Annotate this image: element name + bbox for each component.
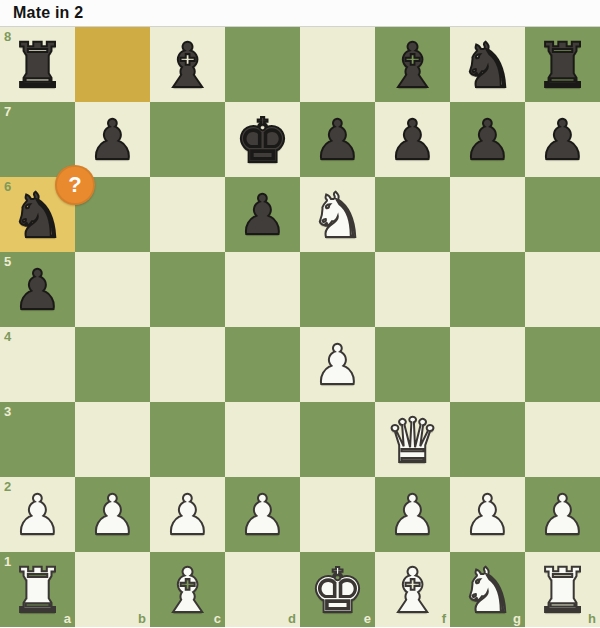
- rank-label-3: 3: [4, 405, 11, 418]
- piece-white-bishop[interactable]: ♝: [385, 560, 441, 622]
- square-d2[interactable]: ♟: [225, 477, 300, 552]
- square-c6[interactable]: [150, 177, 225, 252]
- piece-black-pawn[interactable]: ♟: [313, 113, 362, 168]
- square-d6[interactable]: ♟: [225, 177, 300, 252]
- piece-white-pawn[interactable]: ♟: [13, 488, 62, 543]
- piece-black-pawn[interactable]: ♟: [538, 113, 587, 168]
- square-c5[interactable]: [150, 252, 225, 327]
- square-a2[interactable]: 2♟: [0, 477, 75, 552]
- square-b1[interactable]: b: [75, 552, 150, 627]
- rank-label-2: 2: [4, 480, 11, 493]
- square-f8[interactable]: ♝: [375, 27, 450, 102]
- square-g4[interactable]: [450, 327, 525, 402]
- piece-black-bishop[interactable]: ♝: [385, 35, 441, 97]
- square-e8[interactable]: [300, 27, 375, 102]
- square-h5[interactable]: [525, 252, 600, 327]
- piece-white-rook[interactable]: ♜: [10, 560, 66, 622]
- piece-black-pawn[interactable]: ♟: [13, 263, 62, 318]
- piece-black-rook[interactable]: ♜: [535, 35, 591, 97]
- file-label-d: d: [288, 612, 296, 625]
- square-d1[interactable]: d: [225, 552, 300, 627]
- piece-black-pawn[interactable]: ♟: [388, 113, 437, 168]
- square-c4[interactable]: [150, 327, 225, 402]
- square-e2[interactable]: [300, 477, 375, 552]
- square-h7[interactable]: ♟: [525, 102, 600, 177]
- piece-black-pawn[interactable]: ♟: [88, 113, 137, 168]
- square-h3[interactable]: [525, 402, 600, 477]
- square-e1[interactable]: e♚: [300, 552, 375, 627]
- square-g8[interactable]: ♞: [450, 27, 525, 102]
- square-g6[interactable]: [450, 177, 525, 252]
- square-h8[interactable]: ♜: [525, 27, 600, 102]
- piece-white-pawn[interactable]: ♟: [538, 488, 587, 543]
- rank-label-4: 4: [4, 330, 11, 343]
- chess-board[interactable]: 8♜♝♝♞♜7♟♚♟♟♟♟6♞♟♞5♟4♟3♛2♟♟♟♟♟♟♟1a♜bc♝de♚…: [0, 27, 600, 627]
- piece-white-pawn[interactable]: ♟: [388, 488, 437, 543]
- square-d8[interactable]: [225, 27, 300, 102]
- square-a7[interactable]: 7: [0, 102, 75, 177]
- square-a3[interactable]: 3: [0, 402, 75, 477]
- piece-white-pawn[interactable]: ♟: [238, 488, 287, 543]
- square-a4[interactable]: 4: [0, 327, 75, 402]
- square-h2[interactable]: ♟: [525, 477, 600, 552]
- square-e7[interactable]: ♟: [300, 102, 375, 177]
- square-c3[interactable]: [150, 402, 225, 477]
- piece-white-knight[interactable]: ♞: [310, 185, 366, 247]
- piece-black-rook[interactable]: ♜: [10, 35, 66, 97]
- square-f1[interactable]: f♝: [375, 552, 450, 627]
- square-b3[interactable]: [75, 402, 150, 477]
- square-c7[interactable]: [150, 102, 225, 177]
- square-b8[interactable]: [75, 27, 150, 102]
- square-g1[interactable]: g♞: [450, 552, 525, 627]
- square-b4[interactable]: [75, 327, 150, 402]
- square-g5[interactable]: [450, 252, 525, 327]
- piece-white-pawn[interactable]: ♟: [313, 338, 362, 393]
- piece-white-rook[interactable]: ♜: [535, 560, 591, 622]
- square-a8[interactable]: 8♜: [0, 27, 75, 102]
- square-d3[interactable]: [225, 402, 300, 477]
- file-label-b: b: [138, 612, 146, 625]
- rank-label-7: 7: [4, 105, 11, 118]
- square-h4[interactable]: [525, 327, 600, 402]
- square-e6[interactable]: ♞: [300, 177, 375, 252]
- piece-black-pawn[interactable]: ♟: [238, 188, 287, 243]
- piece-white-bishop[interactable]: ♝: [160, 560, 216, 622]
- square-c1[interactable]: c♝: [150, 552, 225, 627]
- piece-white-king[interactable]: ♚: [310, 560, 366, 622]
- piece-white-pawn[interactable]: ♟: [463, 488, 512, 543]
- piece-white-queen[interactable]: ♛: [385, 410, 441, 472]
- file-label-f: f: [442, 612, 446, 625]
- square-a1[interactable]: 1a♜: [0, 552, 75, 627]
- square-h6[interactable]: [525, 177, 600, 252]
- square-d5[interactable]: [225, 252, 300, 327]
- puzzle-header: Mate in 2: [0, 0, 600, 27]
- square-e5[interactable]: [300, 252, 375, 327]
- piece-black-knight[interactable]: ♞: [460, 35, 516, 97]
- piece-white-pawn[interactable]: ♟: [163, 488, 212, 543]
- square-f2[interactable]: ♟: [375, 477, 450, 552]
- square-b2[interactable]: ♟: [75, 477, 150, 552]
- piece-black-king[interactable]: ♚: [235, 110, 291, 172]
- square-e4[interactable]: ♟: [300, 327, 375, 402]
- piece-white-pawn[interactable]: ♟: [88, 488, 137, 543]
- square-g7[interactable]: ♟: [450, 102, 525, 177]
- square-f4[interactable]: [375, 327, 450, 402]
- square-d7[interactable]: ♚: [225, 102, 300, 177]
- square-b5[interactable]: [75, 252, 150, 327]
- square-f7[interactable]: ♟: [375, 102, 450, 177]
- puzzle-title: Mate in 2: [13, 4, 83, 22]
- square-b7[interactable]: ♟: [75, 102, 150, 177]
- square-c8[interactable]: ♝: [150, 27, 225, 102]
- rank-label-5: 5: [4, 255, 11, 268]
- piece-white-knight[interactable]: ♞: [460, 560, 516, 622]
- square-f3[interactable]: ♛: [375, 402, 450, 477]
- square-h1[interactable]: h♜: [525, 552, 600, 627]
- piece-black-bishop[interactable]: ♝: [160, 35, 216, 97]
- question-mark-badge: ?: [55, 165, 95, 205]
- square-d4[interactable]: [225, 327, 300, 402]
- square-c2[interactable]: ♟: [150, 477, 225, 552]
- square-f5[interactable]: [375, 252, 450, 327]
- square-g2[interactable]: ♟: [450, 477, 525, 552]
- square-e3[interactable]: [300, 402, 375, 477]
- square-a5[interactable]: 5♟: [0, 252, 75, 327]
- square-f6[interactable]: [375, 177, 450, 252]
- piece-black-pawn[interactable]: ♟: [463, 113, 512, 168]
- square-g3[interactable]: [450, 402, 525, 477]
